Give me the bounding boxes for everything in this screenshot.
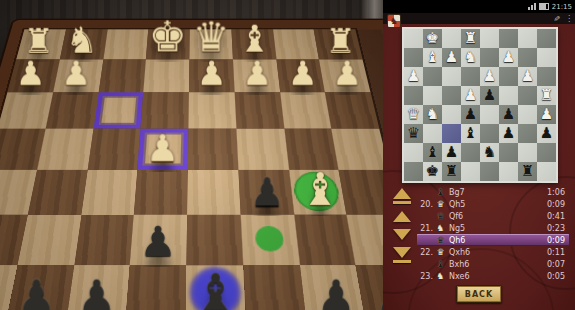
square[interactable]: ♚ xyxy=(423,29,442,48)
square[interactable] xyxy=(423,86,442,105)
square[interactable] xyxy=(98,60,146,93)
square[interactable]: ♝ xyxy=(423,48,442,67)
square[interactable]: ♟ xyxy=(7,60,59,93)
move-row[interactable]: 23.♞Nxe60:05 xyxy=(417,270,569,282)
move-row[interactable]: ♝Bxh60:07 xyxy=(417,258,569,270)
move-time: 0:23 xyxy=(539,224,569,233)
square[interactable] xyxy=(188,129,238,169)
square[interactable] xyxy=(480,105,499,124)
square[interactable] xyxy=(499,162,518,181)
square[interactable]: ♟ xyxy=(138,129,189,169)
square[interactable]: ♟ xyxy=(480,67,499,86)
square[interactable]: ♜ xyxy=(16,29,65,59)
square[interactable] xyxy=(518,48,537,67)
square[interactable] xyxy=(144,60,190,93)
black-rook: ♜ xyxy=(518,162,537,181)
square[interactable] xyxy=(404,86,423,105)
move-time: 0:41 xyxy=(539,212,569,221)
square[interactable] xyxy=(45,93,98,129)
black-queen-icon: ♛ xyxy=(435,210,446,222)
square[interactable] xyxy=(442,86,461,105)
move-number: 21. xyxy=(417,224,433,233)
move-san: Qh6 xyxy=(446,236,539,245)
move-row[interactable]: 20.♛Qh50:09 xyxy=(417,198,569,210)
black-knight: ♞ xyxy=(480,143,499,162)
move-row-current[interactable]: ♛Qh60:09 xyxy=(417,234,569,246)
square[interactable] xyxy=(126,265,187,310)
square[interactable]: ♟ xyxy=(189,60,234,93)
move-row[interactable]: 22.♛Qxh60:11 xyxy=(417,246,569,258)
white-pawn: ♟ xyxy=(189,57,234,90)
white-king: ♚ xyxy=(146,16,189,58)
square[interactable] xyxy=(480,29,499,48)
move-review-area: ♝Bg71:0620.♛Qh50:09♛Qf60:4121.♞Ng50:23♛Q… xyxy=(383,186,575,284)
square[interactable]: ♟ xyxy=(299,265,366,310)
square[interactable] xyxy=(243,265,306,310)
white-knight-icon: ♞ xyxy=(435,222,446,234)
nav-first-button[interactable] xyxy=(393,188,411,204)
move-time: 1:06 xyxy=(539,188,569,197)
white-bishop: ♝ xyxy=(423,48,442,67)
move-san: Bxh6 xyxy=(446,260,539,269)
perspective-scene: ♜♞♚♛♝♜♟♟♟♟♟♟♟♟♝♟♟♟♟♝♟♟♜♞♝♚♛♞♜ xyxy=(0,0,383,310)
square[interactable] xyxy=(234,93,284,129)
move-number: 22. xyxy=(417,248,433,257)
white-pawn: ♟ xyxy=(518,67,537,86)
square[interactable] xyxy=(141,93,189,129)
square[interactable] xyxy=(499,67,518,86)
square[interactable] xyxy=(404,162,423,181)
move-san: Qf6 xyxy=(446,212,539,221)
nav-previous-button[interactable] xyxy=(393,211,411,222)
square[interactable] xyxy=(273,29,320,59)
overflow-menu-icon[interactable]: ⋮ xyxy=(565,13,573,24)
nav-next-button[interactable] xyxy=(393,229,411,240)
white-queen-icon: ♛ xyxy=(435,198,446,210)
square[interactable]: ♚ xyxy=(423,162,442,181)
white-pawn: ♟ xyxy=(53,57,98,90)
white-knight-icon: ♞ xyxy=(435,270,446,282)
white-queen-icon: ♛ xyxy=(435,246,446,258)
square[interactable]: ♝ xyxy=(231,29,276,59)
black-queen-icon: ♛ xyxy=(435,234,446,246)
square[interactable] xyxy=(518,29,537,48)
square[interactable]: ♝ xyxy=(423,143,442,162)
black-pawn: ♟ xyxy=(6,275,66,310)
square[interactable]: ♛ xyxy=(404,124,423,143)
board-3d[interactable]: ♜♞♚♛♝♜♟♟♟♟♟♟♟♟♝♟♟♟♟♝♟♟♜♞♝♚♛♞♜ xyxy=(0,29,383,310)
black-pawn: ♟ xyxy=(66,275,126,310)
app-panel: 21:15 ♞ ✎ ⋮ ♚♜♝♟♞♟♟♟♟♟♟♜♛♞♟♟♟♛♝♟♟♝♟♞♚♜♜ … xyxy=(383,0,575,310)
black-pawn: ♟ xyxy=(537,124,556,143)
black-bishop: ♝ xyxy=(186,267,246,310)
square[interactable]: ♟ xyxy=(276,60,325,93)
square[interactable]: ♟ xyxy=(537,105,556,124)
square[interactable]: ♜ xyxy=(537,86,556,105)
white-knight: ♞ xyxy=(423,105,442,124)
square[interactable] xyxy=(81,169,138,214)
white-pawn: ♟ xyxy=(480,67,499,86)
action-bar: ♞ ✎ ⋮ xyxy=(383,13,575,24)
square[interactable]: ♟ xyxy=(442,48,461,67)
move-nav xyxy=(391,188,413,263)
square[interactable] xyxy=(537,67,556,86)
square[interactable] xyxy=(339,169,383,214)
square[interactable]: ♟ xyxy=(404,67,423,86)
square[interactable]: ♟ xyxy=(66,265,131,310)
move-row[interactable]: 21.♞Ng50:23 xyxy=(417,222,569,234)
square[interactable]: ♚ xyxy=(146,29,190,59)
square[interactable] xyxy=(537,29,556,48)
black-pawn: ♟ xyxy=(0,275,6,310)
square[interactable]: ♝ xyxy=(186,265,246,310)
square[interactable]: ♟ xyxy=(499,124,518,143)
black-rook: ♜ xyxy=(442,162,461,181)
square[interactable] xyxy=(37,129,93,169)
move-list[interactable]: ♝Bg71:0620.♛Qh50:09♛Qf60:4121.♞Ng50:23♛Q… xyxy=(417,186,569,282)
black-pawn: ♟ xyxy=(442,143,461,162)
square[interactable] xyxy=(461,67,480,86)
square[interactable] xyxy=(461,162,480,181)
white-pawn: ♟ xyxy=(8,57,53,90)
square[interactable] xyxy=(480,124,499,143)
square[interactable] xyxy=(87,129,140,169)
square[interactable]: ♟ xyxy=(442,143,461,162)
white-pawn: ♟ xyxy=(325,57,370,90)
square[interactable] xyxy=(404,48,423,67)
black-pawn: ♟ xyxy=(499,124,518,143)
move-time: 0:09 xyxy=(539,200,569,209)
square[interactable] xyxy=(499,29,518,48)
square[interactable] xyxy=(0,93,53,129)
square[interactable] xyxy=(187,169,240,214)
square[interactable]: ♛ xyxy=(189,29,232,59)
square[interactable]: ♛ xyxy=(404,105,423,124)
square[interactable]: ♞ xyxy=(461,48,480,67)
square[interactable] xyxy=(423,67,442,86)
app-icon: ♞ xyxy=(387,14,401,28)
square[interactable]: ♟ xyxy=(461,105,480,124)
square[interactable] xyxy=(332,129,383,169)
white-pawn: ♟ xyxy=(138,130,188,167)
move-number: 20. xyxy=(417,200,433,209)
square[interactable]: ♟ xyxy=(53,60,103,93)
square[interactable]: ♜ xyxy=(314,29,363,59)
square[interactable]: ♜ xyxy=(518,162,537,181)
move-san: Ng5 xyxy=(446,224,539,233)
white-king: ♚ xyxy=(423,29,442,48)
battery-icon xyxy=(539,3,549,10)
square[interactable] xyxy=(28,169,88,214)
white-pawn: ♟ xyxy=(537,105,556,124)
square[interactable]: ♜ xyxy=(442,162,461,181)
square[interactable]: ♟ xyxy=(6,265,74,310)
board-3d-frame: ♜♞♚♛♝♜♟♟♟♟♟♟♟♟♝♟♟♟♟♝♟♟♜♞♝♚♛♞♜ xyxy=(0,20,383,310)
square[interactable]: ♞ xyxy=(480,143,499,162)
white-rook: ♜ xyxy=(17,24,60,58)
move-time: 0:07 xyxy=(539,260,569,269)
square[interactable]: ♟ xyxy=(130,214,187,264)
black-bishop-icon: ♝ xyxy=(435,258,446,270)
black-bishop: ♝ xyxy=(461,124,480,143)
move-row[interactable]: ♝Bg71:06 xyxy=(417,186,569,198)
move-time: 0:11 xyxy=(539,248,569,257)
white-rook: ♜ xyxy=(319,24,362,58)
black-pawn: ♟ xyxy=(480,86,499,105)
square[interactable] xyxy=(404,143,423,162)
white-pawn: ♟ xyxy=(280,57,325,90)
move-time: 0:05 xyxy=(539,272,569,281)
square[interactable] xyxy=(240,214,299,264)
nav-last-button[interactable] xyxy=(393,247,411,263)
square[interactable]: ♟ xyxy=(518,67,537,86)
square[interactable]: ♟ xyxy=(461,86,480,105)
white-rook: ♜ xyxy=(461,29,480,48)
square[interactable] xyxy=(518,124,537,143)
square[interactable]: ♜ xyxy=(461,29,480,48)
square[interactable] xyxy=(518,143,537,162)
black-pawn: ♟ xyxy=(365,275,383,310)
move-time: 0:09 xyxy=(539,236,569,245)
square[interactable]: ♟ xyxy=(499,48,518,67)
square[interactable] xyxy=(461,143,480,162)
white-pawn: ♟ xyxy=(404,67,423,86)
square[interactable] xyxy=(442,124,461,143)
white-rook: ♜ xyxy=(537,86,556,105)
square[interactable] xyxy=(134,169,188,214)
square[interactable] xyxy=(103,29,149,59)
white-bishop: ♝ xyxy=(293,166,346,212)
black-bishop-icon: ♝ xyxy=(435,186,446,198)
square[interactable] xyxy=(537,162,556,181)
square[interactable] xyxy=(93,93,144,129)
square[interactable] xyxy=(499,86,518,105)
black-pawn: ♟ xyxy=(499,105,518,124)
edit-icon[interactable]: ✎ xyxy=(551,15,563,23)
square[interactable] xyxy=(294,214,356,264)
black-pawn: ♟ xyxy=(461,105,480,124)
board-3d-scene: ♜♞♚♛♝♜♟♟♟♟♟♟♟♟♝♟♟♟♟♝♟♟♜♞♝♚♛♞♜ xyxy=(0,0,383,310)
square[interactable] xyxy=(518,86,537,105)
move-san: Nxe6 xyxy=(446,272,539,281)
clock-text: 21:15 xyxy=(552,3,572,11)
status-bar: 21:15 xyxy=(383,0,575,13)
white-pawn: ♟ xyxy=(499,48,518,67)
move-san: Bg7 xyxy=(446,188,539,197)
square[interactable] xyxy=(186,214,242,264)
square[interactable] xyxy=(480,162,499,181)
square[interactable] xyxy=(325,93,379,129)
square[interactable] xyxy=(442,105,461,124)
black-pawn: ♟ xyxy=(240,173,293,212)
square[interactable]: ♟ xyxy=(480,86,499,105)
square[interactable] xyxy=(499,143,518,162)
square[interactable]: ♟ xyxy=(238,169,293,214)
square[interactable] xyxy=(518,105,537,124)
square[interactable]: ♝ xyxy=(288,169,346,214)
square[interactable] xyxy=(74,214,134,264)
move-san: Qh5 xyxy=(446,200,539,209)
square[interactable] xyxy=(188,93,236,129)
square[interactable]: ♟ xyxy=(537,124,556,143)
square[interactable] xyxy=(284,129,339,169)
move-number: 23. xyxy=(417,272,433,281)
board-2d[interactable]: ♚♜♝♟♞♟♟♟♟♟♟♜♛♞♟♟♟♛♝♟♟♝♟♞♚♜♜ xyxy=(402,27,558,183)
white-bishop: ♝ xyxy=(233,21,276,58)
square[interactable]: ♟ xyxy=(233,60,280,93)
move-san: Qxh6 xyxy=(446,248,539,257)
black-pawn: ♟ xyxy=(130,221,186,262)
black-pawn: ♟ xyxy=(305,275,365,310)
square[interactable]: ♞ xyxy=(60,29,108,59)
white-pawn: ♟ xyxy=(234,57,279,90)
white-knight: ♞ xyxy=(60,22,103,58)
square[interactable] xyxy=(17,214,81,264)
white-queen: ♛ xyxy=(189,17,232,58)
white-pawn: ♟ xyxy=(461,86,480,105)
signal-icon xyxy=(528,3,536,10)
square[interactable]: ♝ xyxy=(461,124,480,143)
square[interactable] xyxy=(442,29,461,48)
square[interactable] xyxy=(0,129,45,169)
black-king: ♚ xyxy=(423,162,442,181)
square[interactable] xyxy=(480,48,499,67)
square[interactable]: ♞ xyxy=(423,105,442,124)
square[interactable] xyxy=(236,129,288,169)
square[interactable]: ♟ xyxy=(499,105,518,124)
move-row[interactable]: ♛Qf60:41 xyxy=(417,210,569,222)
black-bishop: ♝ xyxy=(423,143,442,162)
square[interactable] xyxy=(537,48,556,67)
square[interactable] xyxy=(404,29,423,48)
square[interactable] xyxy=(442,67,461,86)
square[interactable] xyxy=(423,124,442,143)
back-button[interactable]: BACK xyxy=(456,285,502,303)
black-queen: ♛ xyxy=(404,124,423,143)
white-knight: ♞ xyxy=(461,48,480,67)
square[interactable]: ♟ xyxy=(319,60,370,93)
square[interactable] xyxy=(280,93,332,129)
white-queen: ♛ xyxy=(404,105,423,124)
white-pawn: ♟ xyxy=(442,48,461,67)
square[interactable] xyxy=(537,143,556,162)
